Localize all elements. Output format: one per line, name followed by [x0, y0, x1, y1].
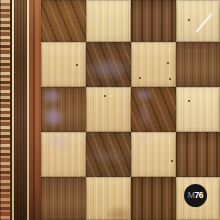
board-square-r2c1[interactable]	[41, 42, 86, 87]
watermark-badge: M76	[184, 184, 207, 207]
reflection-smudge	[44, 107, 64, 127]
frame-mahogany-band	[29, 0, 42, 220]
wood-stain	[106, 206, 131, 220]
reflection-smudge	[43, 88, 61, 104]
wood-speck	[169, 78, 171, 80]
board-square-r5c3[interactable]	[131, 177, 176, 220]
reflection-smudge	[135, 133, 153, 147]
reflection-smudge	[46, 133, 71, 150]
wood-speck	[188, 100, 190, 102]
watermark-number: 76	[195, 191, 204, 200]
board-square-r5c1[interactable]	[41, 177, 86, 220]
wood-speck	[139, 77, 141, 79]
board-square-r4c2[interactable]	[86, 132, 131, 177]
board-square-r2c4[interactable]	[176, 42, 220, 87]
board-square-r3c1[interactable]	[41, 87, 86, 132]
wood-speck	[167, 62, 169, 64]
board-square-r3c3[interactable]	[131, 87, 176, 132]
wood-speck	[76, 64, 78, 66]
watermark-prefix: M	[188, 191, 195, 200]
reflection-smudge	[88, 58, 129, 80]
inlay-border-stripes	[0, 0, 10, 220]
wood-speck	[188, 19, 190, 21]
reflection-smudge	[88, 149, 129, 163]
frame-walnut-band	[14, 0, 27, 220]
board-square-r1c1[interactable]	[41, 0, 86, 42]
board-square-r4c1[interactable]	[41, 132, 86, 177]
board-square-r5c2[interactable]	[86, 177, 131, 220]
reflection-smudge	[139, 100, 150, 131]
wood-speck	[171, 160, 173, 162]
board-square-r1c4[interactable]	[176, 0, 220, 42]
board-square-r1c2[interactable]	[86, 0, 131, 42]
board-square-r3c4[interactable]	[176, 87, 220, 132]
reflection-smudge	[136, 88, 152, 102]
board-square-r2c2[interactable]	[86, 42, 131, 87]
surface-scratch	[196, 13, 213, 33]
wood-speck	[104, 95, 106, 97]
board-square-r2c3[interactable]	[131, 42, 176, 87]
board-square-r4c4[interactable]	[176, 132, 220, 177]
chessboard-photo: M76	[0, 0, 220, 220]
board-square-r1c3[interactable]	[131, 0, 176, 42]
board-square-r3c2[interactable]	[86, 87, 131, 132]
board-square-r4c3[interactable]	[131, 132, 176, 177]
